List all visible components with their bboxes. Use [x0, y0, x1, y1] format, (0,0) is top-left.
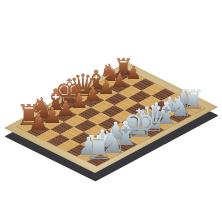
pieces-layer: ♜♟♞♟♝♟♛♟♚♟♟♜♝♟♟♞♞♟♟♝♜♟♟♛♟♚♟♝♟♞♟♜ [0, 0, 222, 222]
chess-piece-silver-rook[interactable]: ♜ [84, 132, 113, 165]
chess-set-photo: ♜♟♞♟♝♟♛♟♚♟♟♜♝♟♟♞♞♟♟♝♜♟♟♛♟♚♟♝♟♞♟♜ [0, 0, 222, 222]
chess-piece-copper-pawn[interactable]: ♟ [28, 111, 49, 134]
